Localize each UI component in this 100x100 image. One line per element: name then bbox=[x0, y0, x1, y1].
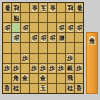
board-square-2e[interactable] bbox=[66, 43, 74, 52]
board-square-2i[interactable]: 桂 bbox=[66, 84, 74, 93]
board-square-5f[interactable] bbox=[39, 54, 47, 63]
board-square-4g[interactable]: 歩 bbox=[48, 64, 56, 73]
board-square-2b[interactable] bbox=[66, 13, 74, 22]
piece-black-gold[interactable]: 金 bbox=[22, 74, 29, 82]
board-square-2g[interactable]: 銀 bbox=[66, 64, 74, 73]
board-square-4i[interactable] bbox=[48, 84, 56, 93]
board-square-7d[interactable] bbox=[21, 33, 29, 42]
board-square-4b[interactable] bbox=[48, 13, 56, 22]
board-square-4c[interactable] bbox=[48, 23, 56, 32]
piece-white-knight[interactable]: 桂 bbox=[67, 4, 74, 12]
board-square-9d[interactable] bbox=[3, 33, 11, 42]
piece-black-pawn[interactable]: 歩 bbox=[31, 64, 38, 72]
board-square-4h[interactable] bbox=[48, 74, 56, 83]
board-square-6d[interactable]: 歩 bbox=[30, 33, 38, 42]
board-square-8d[interactable]: 歩 bbox=[12, 33, 20, 42]
piece-white-pawn[interactable]: 歩 bbox=[40, 34, 47, 42]
board-square-5c[interactable] bbox=[39, 23, 47, 32]
board-square-5d[interactable]: 歩 bbox=[39, 33, 47, 42]
board-square-5i[interactable]: 玉 bbox=[39, 84, 47, 93]
board-square-5e[interactable] bbox=[39, 43, 47, 52]
board-square-3b[interactable] bbox=[57, 13, 65, 22]
board-square-7a[interactable] bbox=[21, 3, 29, 12]
board-square-6g[interactable]: 歩 bbox=[30, 64, 38, 73]
board-square-6b[interactable] bbox=[30, 13, 38, 22]
board-square-5b[interactable] bbox=[39, 13, 47, 22]
board-square-2d[interactable] bbox=[66, 33, 74, 42]
piece-black-knight[interactable]: 桂 bbox=[13, 84, 20, 92]
board-square-5a[interactable]: 玉 bbox=[39, 3, 47, 12]
piece-white-pawn[interactable]: 歩 bbox=[4, 24, 11, 32]
board-square-4f[interactable] bbox=[48, 54, 56, 63]
board-square-7b[interactable] bbox=[21, 13, 29, 22]
board-square-9b[interactable] bbox=[3, 13, 11, 22]
board-square-9i[interactable]: 香 bbox=[3, 84, 11, 93]
piece-white-lance[interactable]: 香 bbox=[4, 4, 11, 12]
board-square-7c[interactable]: 歩 bbox=[21, 23, 29, 32]
board-square-3h[interactable] bbox=[57, 74, 65, 83]
piece-white-pawn[interactable]: 歩 bbox=[49, 34, 56, 42]
board-square-4e[interactable] bbox=[48, 43, 56, 52]
piece-white-gold[interactable]: 金 bbox=[31, 4, 38, 12]
piece-black-lance[interactable]: 香 bbox=[76, 84, 83, 92]
piece-black-pawn[interactable]: 歩 bbox=[22, 54, 29, 62]
board-square-6a[interactable]: 金 bbox=[30, 3, 38, 12]
piece-black-silver[interactable]: 銀 bbox=[67, 64, 74, 72]
piece-black-bishop[interactable]: 角 bbox=[13, 74, 20, 82]
board-square-9h[interactable] bbox=[3, 74, 11, 83]
piece-black-gold[interactable]: 金 bbox=[40, 74, 47, 82]
board-square-7e[interactable] bbox=[21, 43, 29, 52]
board-square-6c[interactable] bbox=[30, 23, 38, 32]
board-square-7g[interactable] bbox=[21, 64, 29, 73]
board-square-1c[interactable]: 歩 bbox=[75, 23, 83, 32]
board-square-6i[interactable] bbox=[30, 84, 38, 93]
board-square-3e[interactable] bbox=[57, 43, 65, 52]
piece-black-pawn[interactable]: 歩 bbox=[4, 64, 11, 72]
piece-white-pawn[interactable]: 歩 bbox=[31, 34, 38, 42]
board-square-5h[interactable]: 金 bbox=[39, 74, 47, 83]
piece-white-pawn[interactable]: 歩 bbox=[76, 24, 83, 32]
board-square-3g[interactable]: 歩 bbox=[57, 64, 65, 73]
board-square-9f[interactable] bbox=[3, 54, 11, 63]
shogi-app-screen: 香桂金玉金桂香飛歩歩歩歩歩歩歩歩歩銀歩歩歩歩歩歩歩歩銀歩角金金飛香桂玉桂香 角 bbox=[0, 0, 100, 100]
piece-black-king[interactable]: 玉 bbox=[40, 84, 47, 92]
board-square-8a[interactable]: 桂 bbox=[12, 3, 20, 12]
board-square-8e[interactable] bbox=[12, 43, 20, 52]
board-square-8f[interactable] bbox=[12, 54, 20, 63]
piece-black-pawn[interactable]: 歩 bbox=[67, 54, 74, 62]
board-square-2h[interactable]: 飛 bbox=[66, 74, 74, 83]
board-square-1i[interactable]: 香 bbox=[75, 84, 83, 93]
piece-black-rook[interactable]: 飛 bbox=[67, 74, 74, 82]
board-square-7f[interactable]: 歩 bbox=[21, 54, 29, 63]
board-square-3f[interactable] bbox=[57, 54, 65, 63]
board-square-4d[interactable]: 歩 bbox=[48, 33, 56, 42]
board-square-9a[interactable]: 香 bbox=[3, 3, 11, 12]
board-square-2c[interactable]: 歩 bbox=[66, 23, 74, 32]
board-square-3d[interactable]: 銀 bbox=[57, 33, 65, 42]
board-square-9g[interactable]: 歩 bbox=[3, 64, 11, 73]
board-square-5g[interactable]: 歩 bbox=[39, 64, 47, 73]
board-square-1a[interactable]: 香 bbox=[75, 3, 83, 12]
board-square-9c[interactable]: 歩 bbox=[3, 23, 11, 32]
board-square-2a[interactable]: 桂 bbox=[66, 3, 74, 12]
piece-white-pawn[interactable]: 歩 bbox=[58, 24, 65, 32]
board-square-1h[interactable] bbox=[75, 74, 83, 83]
piece-white-pawn[interactable]: 歩 bbox=[67, 24, 74, 32]
piece-black-pawn[interactable]: 歩 bbox=[40, 64, 47, 72]
board-square-6e[interactable] bbox=[30, 43, 38, 52]
piece-white-silver[interactable]: 銀 bbox=[58, 34, 65, 42]
board-square-8g[interactable]: 歩 bbox=[12, 64, 20, 73]
board-square-1g[interactable]: 歩 bbox=[75, 64, 83, 73]
board-square-1d[interactable] bbox=[75, 33, 83, 42]
piece-white-knight[interactable]: 桂 bbox=[13, 4, 20, 12]
piece-black-knight[interactable]: 桂 bbox=[67, 84, 74, 92]
board-square-8i[interactable]: 桂 bbox=[12, 84, 20, 93]
board-square-3c[interactable]: 歩 bbox=[57, 23, 65, 32]
piece-black-pawn[interactable]: 歩 bbox=[49, 64, 56, 72]
board-square-1f[interactable] bbox=[75, 54, 83, 63]
piece-white-king[interactable]: 玉 bbox=[40, 4, 47, 12]
board-square-4a[interactable]: 金 bbox=[48, 3, 56, 12]
board-square-8b[interactable]: 飛 bbox=[12, 13, 20, 22]
piece-black-pawn[interactable]: 歩 bbox=[13, 64, 20, 72]
piece-white-rook[interactable]: 飛 bbox=[13, 14, 20, 22]
board-square-2f[interactable]: 歩 bbox=[66, 54, 74, 63]
board-square-3a[interactable] bbox=[57, 3, 65, 12]
piece-black-pawn[interactable]: 歩 bbox=[58, 64, 65, 72]
piece-black-pawn[interactable]: 歩 bbox=[76, 64, 83, 72]
board-square-1e[interactable] bbox=[75, 43, 83, 52]
piece-white-gold[interactable]: 金 bbox=[49, 4, 56, 12]
black-hand-tray: 角 bbox=[86, 32, 98, 94]
shogi-board: 香桂金玉金桂香飛歩歩歩歩歩歩歩歩歩銀歩歩歩歩歩歩歩歩銀歩角金金飛香桂玉桂香 bbox=[2, 2, 84, 94]
board-square-6h[interactable] bbox=[30, 74, 38, 83]
piece-white-pawn[interactable]: 歩 bbox=[13, 34, 20, 42]
board-square-7h[interactable]: 金 bbox=[21, 74, 29, 83]
board-square-8h[interactable]: 角 bbox=[12, 74, 20, 83]
board-square-6f[interactable] bbox=[30, 54, 38, 63]
piece-black-lance[interactable]: 香 bbox=[4, 84, 11, 92]
piece-white-pawn[interactable]: 歩 bbox=[22, 24, 29, 32]
board-square-9e[interactable] bbox=[3, 43, 11, 52]
board-square-3i[interactable] bbox=[57, 84, 65, 93]
board-square-1b[interactable] bbox=[75, 13, 83, 22]
piece-white-lance[interactable]: 香 bbox=[76, 4, 83, 12]
hand-piece-black-bishop[interactable]: 角 bbox=[88, 36, 96, 45]
board-square-7i[interactable] bbox=[21, 84, 29, 93]
board-square-8c[interactable] bbox=[12, 23, 20, 32]
